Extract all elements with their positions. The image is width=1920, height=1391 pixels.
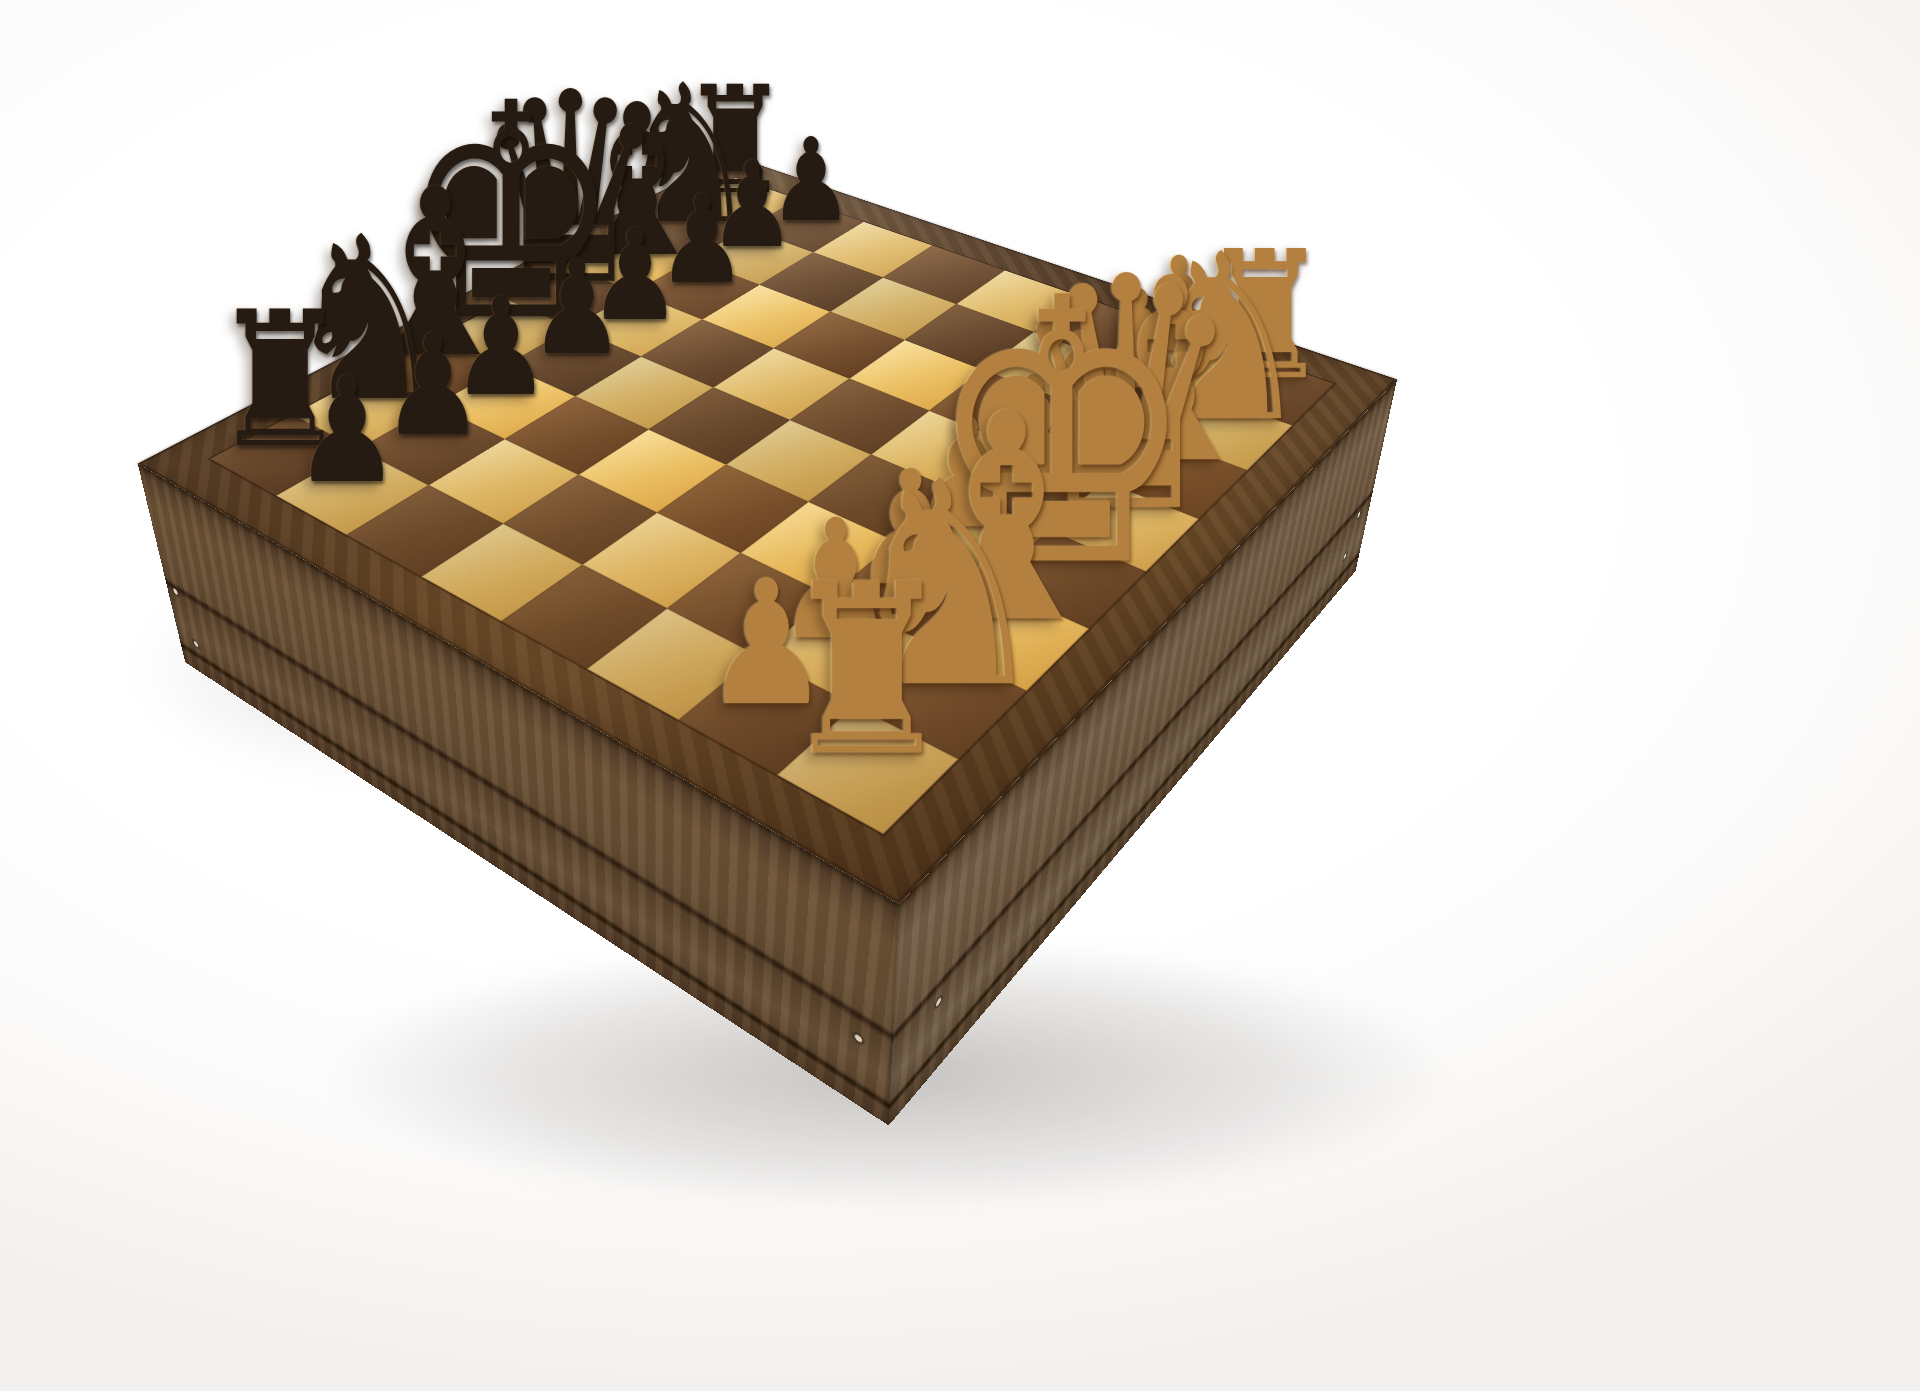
white-rook-h1[interactable]: ♜	[780, 552, 953, 788]
black-pawn-h7[interactable]: ♟	[293, 359, 401, 505]
photo-stage: ♜♞♝♛♚♝♞♜♟♟♟♟♟♟♟♟♟♟♟♟♟♟♟♟♜♞♝♛♚♝♞♜	[0, 0, 1920, 1391]
